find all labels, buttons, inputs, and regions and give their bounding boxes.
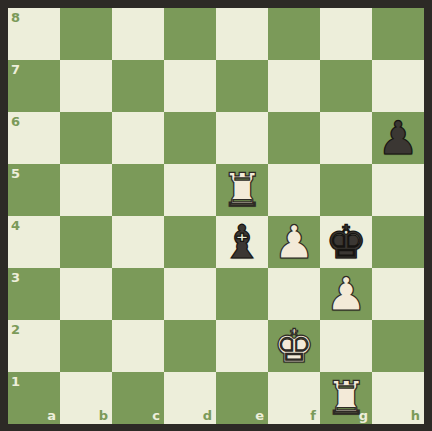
square-f1[interactable]: f (268, 372, 320, 424)
file-label-f: f (310, 409, 316, 422)
square-h6[interactable]: ♟ (372, 112, 424, 164)
rank-label-5: 5 (11, 167, 20, 180)
square-h3[interactable] (372, 268, 424, 320)
square-e3[interactable] (216, 268, 268, 320)
square-b3[interactable] (60, 268, 112, 320)
file-label-b: b (99, 409, 108, 422)
square-g5[interactable] (320, 164, 372, 216)
file-label-a: a (47, 409, 56, 422)
white-pawn[interactable]: ♟ (273, 216, 314, 268)
square-c3[interactable] (112, 268, 164, 320)
chess-board: 876♟5♜4♝♟♚3♟2♚1abcdefg♜h (8, 8, 424, 424)
square-h1[interactable]: h (372, 372, 424, 424)
square-g4[interactable]: ♚ (320, 216, 372, 268)
square-c2[interactable] (112, 320, 164, 372)
black-bishop[interactable]: ♝ (221, 216, 262, 268)
square-g6[interactable] (320, 112, 372, 164)
square-b4[interactable] (60, 216, 112, 268)
square-b5[interactable] (60, 164, 112, 216)
square-f6[interactable] (268, 112, 320, 164)
square-g3[interactable]: ♟ (320, 268, 372, 320)
square-e5[interactable]: ♜ (216, 164, 268, 216)
square-h8[interactable] (372, 8, 424, 60)
square-e4[interactable]: ♝ (216, 216, 268, 268)
square-g2[interactable] (320, 320, 372, 372)
square-e1[interactable]: e (216, 372, 268, 424)
board-frame: 876♟5♜4♝♟♚3♟2♚1abcdefg♜h (0, 0, 432, 431)
rank-label-1: 1 (11, 375, 20, 388)
white-pawn[interactable]: ♟ (325, 268, 366, 320)
file-label-d: d (203, 409, 212, 422)
file-label-h: h (411, 409, 420, 422)
square-d4[interactable] (164, 216, 216, 268)
square-b6[interactable] (60, 112, 112, 164)
rank-label-7: 7 (11, 63, 20, 76)
square-h2[interactable] (372, 320, 424, 372)
square-d1[interactable]: d (164, 372, 216, 424)
square-g7[interactable] (320, 60, 372, 112)
square-d8[interactable] (164, 8, 216, 60)
file-label-e: e (255, 409, 264, 422)
rank-label-3: 3 (11, 271, 20, 284)
square-c6[interactable] (112, 112, 164, 164)
black-pawn[interactable]: ♟ (377, 112, 418, 164)
square-h7[interactable] (372, 60, 424, 112)
square-f2[interactable]: ♚ (268, 320, 320, 372)
black-king[interactable]: ♚ (325, 216, 366, 268)
square-e8[interactable] (216, 8, 268, 60)
square-a6[interactable]: 6 (8, 112, 60, 164)
square-d3[interactable] (164, 268, 216, 320)
square-a7[interactable]: 7 (8, 60, 60, 112)
square-f3[interactable] (268, 268, 320, 320)
square-c7[interactable] (112, 60, 164, 112)
square-a5[interactable]: 5 (8, 164, 60, 216)
square-d5[interactable] (164, 164, 216, 216)
file-label-g: g (359, 409, 368, 422)
square-b1[interactable]: b (60, 372, 112, 424)
square-h5[interactable] (372, 164, 424, 216)
square-a8[interactable]: 8 (8, 8, 60, 60)
square-f4[interactable]: ♟ (268, 216, 320, 268)
square-c8[interactable] (112, 8, 164, 60)
square-a2[interactable]: 2 (8, 320, 60, 372)
square-d7[interactable] (164, 60, 216, 112)
square-b7[interactable] (60, 60, 112, 112)
white-rook[interactable]: ♜ (221, 164, 262, 216)
square-c5[interactable] (112, 164, 164, 216)
square-h4[interactable] (372, 216, 424, 268)
square-g8[interactable] (320, 8, 372, 60)
square-b2[interactable] (60, 320, 112, 372)
rank-label-6: 6 (11, 115, 20, 128)
white-king[interactable]: ♚ (273, 320, 314, 372)
square-f7[interactable] (268, 60, 320, 112)
square-c1[interactable]: c (112, 372, 164, 424)
square-c4[interactable] (112, 216, 164, 268)
square-e2[interactable] (216, 320, 268, 372)
square-e6[interactable] (216, 112, 268, 164)
square-d2[interactable] (164, 320, 216, 372)
square-d6[interactable] (164, 112, 216, 164)
rank-label-4: 4 (11, 219, 20, 232)
square-a4[interactable]: 4 (8, 216, 60, 268)
file-label-c: c (152, 409, 160, 422)
square-f8[interactable] (268, 8, 320, 60)
rank-label-2: 2 (11, 323, 20, 336)
square-b8[interactable] (60, 8, 112, 60)
rank-label-8: 8 (11, 11, 20, 24)
square-f5[interactable] (268, 164, 320, 216)
square-g1[interactable]: g♜ (320, 372, 372, 424)
square-e7[interactable] (216, 60, 268, 112)
square-a1[interactable]: 1a (8, 372, 60, 424)
square-a3[interactable]: 3 (8, 268, 60, 320)
